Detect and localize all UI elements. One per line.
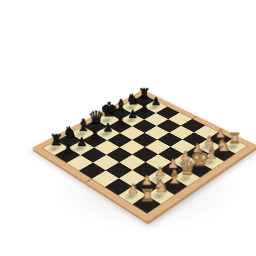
chess-piece-bP-a7[interactable]: ♟ <box>59 143 77 155</box>
square-b6[interactable] <box>81 148 107 163</box>
chess-set-photo: ♜♞♝♛♚♝♞♜♟♟♟♟♟♟♟♟♟♟♟♟♟♟♟♟♜♞♝♛♚♝♞♜ <box>0 0 256 256</box>
chess-piece-wR-a1[interactable]: ♜ <box>138 188 158 205</box>
square-a1[interactable]: ♜ <box>133 195 161 213</box>
